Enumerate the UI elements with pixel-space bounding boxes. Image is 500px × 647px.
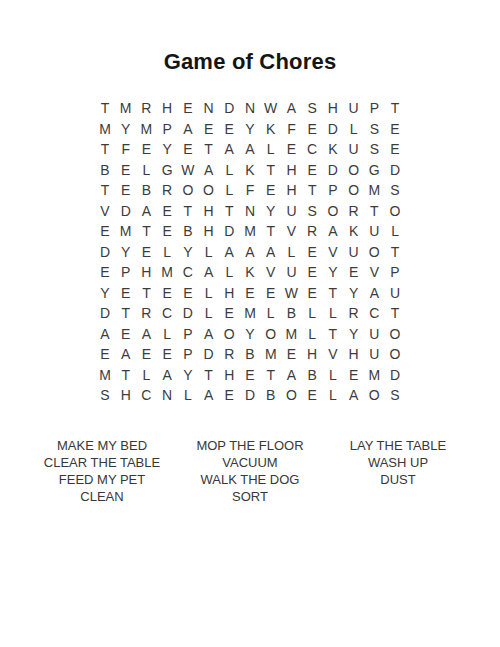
grid-cell[interactable]: L <box>219 180 240 201</box>
grid-cell[interactable]: N <box>198 98 219 119</box>
grid-cell[interactable]: Y <box>240 324 261 345</box>
word-item: FEED MY PET <box>28 471 176 488</box>
grid-cell[interactable]: S <box>302 201 323 222</box>
grid-cell[interactable]: B <box>302 365 323 386</box>
grid-cell[interactable]: L <box>136 160 157 181</box>
grid-cell[interactable]: A <box>260 242 281 263</box>
grid-cell[interactable]: R <box>343 303 364 324</box>
grid-cell[interactable]: D <box>240 385 261 406</box>
page-title: Game of Chores <box>0 0 500 75</box>
grid-cell[interactable]: B <box>177 221 198 242</box>
grid-cell[interactable]: A <box>157 365 178 386</box>
grid-cell[interactable]: T <box>95 98 116 119</box>
grid-cell[interactable]: Y <box>95 283 116 304</box>
grid-cell[interactable]: U <box>364 221 385 242</box>
grid-cell[interactable]: S <box>385 385 406 406</box>
grid-cell[interactable]: E <box>115 324 136 345</box>
grid-cell[interactable]: A <box>364 283 385 304</box>
grid-cell[interactable]: W <box>177 160 198 181</box>
grid-cell[interactable]: B <box>95 160 116 181</box>
grid-cell[interactable]: H <box>198 201 219 222</box>
word-list-column: LAY THE TABLEWASH UPDUST <box>324 437 472 506</box>
grid-cell[interactable]: A <box>136 324 157 345</box>
grid-cell[interactable]: M <box>240 303 261 324</box>
grid-cell[interactable]: E <box>385 139 406 160</box>
word-list-column: MOP THE FLOORVACUUMWALK THE DOGSORT <box>176 437 324 506</box>
grid-cell[interactable]: H <box>198 221 219 242</box>
grid-cell[interactable]: E <box>115 160 136 181</box>
grid-cell[interactable]: E <box>157 201 178 222</box>
grid-cell[interactable]: W <box>260 98 281 119</box>
grid-cell[interactable]: T <box>198 139 219 160</box>
word-list-column: MAKE MY BEDCLEAR THE TABLEFEED MY PETCLE… <box>28 437 176 506</box>
grid-cell[interactable]: A <box>198 385 219 406</box>
grid-cell[interactable]: H <box>343 344 364 365</box>
grid-cell[interactable]: E <box>95 344 116 365</box>
grid-cell[interactable]: W <box>281 283 302 304</box>
grid-cell[interactable]: T <box>385 242 406 263</box>
grid-cell[interactable]: H <box>115 385 136 406</box>
grid-cell[interactable]: B <box>260 385 281 406</box>
grid-cell[interactable]: H <box>281 180 302 201</box>
grid-cell[interactable]: A <box>281 98 302 119</box>
grid-cell[interactable]: H <box>302 344 323 365</box>
grid-cell[interactable]: P <box>177 344 198 365</box>
grid-cell[interactable]: L <box>385 221 406 242</box>
grid-cell[interactable]: E <box>343 365 364 386</box>
grid-cell[interactable]: Y <box>343 283 364 304</box>
grid-cell[interactable]: O <box>385 344 406 365</box>
grid-cell[interactable]: L <box>260 303 281 324</box>
grid-cell[interactable]: K <box>343 221 364 242</box>
grid-cell[interactable]: Y <box>157 139 178 160</box>
grid-cell[interactable]: E <box>281 139 302 160</box>
grid-cell[interactable]: R <box>343 201 364 222</box>
grid-cell[interactable]: O <box>177 180 198 201</box>
grid-cell[interactable]: C <box>302 139 323 160</box>
grid-cell[interactable]: L <box>198 283 219 304</box>
grid-cell[interactable]: A <box>281 365 302 386</box>
grid-cell[interactable]: N <box>240 98 261 119</box>
grid-cell[interactable]: M <box>136 119 157 140</box>
grid-cell[interactable]: L <box>302 303 323 324</box>
grid-cell[interactable]: O <box>281 385 302 406</box>
grid-cell[interactable]: S <box>302 98 323 119</box>
grid-cell[interactable]: F <box>240 180 261 201</box>
grid-cell[interactable]: M <box>240 221 261 242</box>
grid-cell[interactable]: A <box>136 201 157 222</box>
word-item: LAY THE TABLE <box>324 437 472 454</box>
grid-cell[interactable]: A <box>95 324 116 345</box>
grid-cell[interactable]: D <box>323 119 344 140</box>
grid-cell[interactable]: R <box>136 303 157 324</box>
grid-cell[interactable]: R <box>302 221 323 242</box>
grid-cell[interactable]: A <box>240 139 261 160</box>
grid-cell[interactable]: B <box>240 344 261 365</box>
grid-cell[interactable]: K <box>240 160 261 181</box>
grid-cell[interactable]: D <box>115 201 136 222</box>
grid-cell[interactable]: T <box>302 180 323 201</box>
grid-cell[interactable]: U <box>281 201 302 222</box>
grid-cell[interactable]: A <box>343 385 364 406</box>
grid-cell[interactable]: P <box>364 98 385 119</box>
grid-cell[interactable]: U <box>343 139 364 160</box>
grid-cell[interactable]: E <box>95 221 116 242</box>
word-item: WASH UP <box>324 454 472 471</box>
grid-cell[interactable]: E <box>219 303 240 324</box>
grid-cell[interactable]: T <box>95 180 116 201</box>
grid-cell[interactable]: E <box>157 344 178 365</box>
word-item: VACUUM <box>176 454 324 471</box>
grid-cell[interactable]: A <box>198 324 219 345</box>
grid-cell[interactable]: H <box>219 365 240 386</box>
grid-cell[interactable]: Y <box>260 201 281 222</box>
grid-cell[interactable]: E <box>240 365 261 386</box>
grid-cell[interactable]: T <box>177 201 198 222</box>
grid-cell[interactable]: S <box>364 119 385 140</box>
word-item: SORT <box>176 488 324 505</box>
grid-cell[interactable]: T <box>115 365 136 386</box>
grid-cell[interactable]: L <box>157 324 178 345</box>
grid-cell[interactable]: L <box>177 385 198 406</box>
grid-cell[interactable]: G <box>157 160 178 181</box>
grid-cell[interactable]: E <box>177 139 198 160</box>
grid-cell[interactable]: E <box>260 180 281 201</box>
grid-cell[interactable]: Y <box>115 119 136 140</box>
grid-cell[interactable]: T <box>260 160 281 181</box>
grid-cell[interactable]: V <box>323 242 344 263</box>
grid-cell[interactable]: Y <box>323 262 344 283</box>
word-list: MAKE MY BEDCLEAR THE TABLEFEED MY PETCLE… <box>0 437 500 506</box>
grid-cell[interactable]: L <box>198 303 219 324</box>
grid-cell[interactable]: E <box>302 385 323 406</box>
grid-cell[interactable]: E <box>302 283 323 304</box>
grid-cell[interactable]: L <box>343 119 364 140</box>
grid-cell[interactable]: K <box>323 139 344 160</box>
grid-cell[interactable]: O <box>260 324 281 345</box>
grid-cell[interactable]: N <box>157 385 178 406</box>
grid-cell[interactable]: A <box>198 160 219 181</box>
grid-cell[interactable]: Y <box>177 365 198 386</box>
grid-cell[interactable]: C <box>364 303 385 324</box>
grid-cell[interactable]: M <box>95 119 116 140</box>
grid-cell[interactable]: U <box>364 344 385 365</box>
grid-cell[interactable]: L <box>157 242 178 263</box>
grid-cell[interactable]: Y <box>177 242 198 263</box>
grid-cell[interactable]: R <box>219 344 240 365</box>
grid-cell[interactable]: T <box>385 98 406 119</box>
grid-cell[interactable]: T <box>260 221 281 242</box>
grid-cell[interactable]: L <box>323 365 344 386</box>
grid-cell[interactable]: A <box>219 139 240 160</box>
grid-cell[interactable]: E <box>115 180 136 201</box>
word-item: DUST <box>324 471 472 488</box>
grid-cell[interactable]: G <box>364 160 385 181</box>
grid-cell[interactable]: U <box>364 324 385 345</box>
grid-cell[interactable]: A <box>323 221 344 242</box>
grid-cell[interactable]: E <box>177 98 198 119</box>
grid-cell[interactable]: Y <box>115 242 136 263</box>
grid-cell[interactable]: O <box>385 201 406 222</box>
grid-cell[interactable]: E <box>198 119 219 140</box>
grid-cell[interactable]: M <box>157 262 178 283</box>
grid-cell[interactable]: L <box>302 324 323 345</box>
grid-cell[interactable]: H <box>136 262 157 283</box>
grid-cell[interactable]: E <box>136 344 157 365</box>
grid-cell[interactable]: E <box>343 262 364 283</box>
grid-cell[interactable]: D <box>95 303 116 324</box>
grid-cell[interactable]: D <box>219 98 240 119</box>
grid-cell[interactable]: D <box>95 242 116 263</box>
grid-cell[interactable]: D <box>198 344 219 365</box>
grid-cell[interactable]: E <box>115 283 136 304</box>
grid-cell[interactable]: V <box>95 201 116 222</box>
grid-cell[interactable]: E <box>302 242 323 263</box>
word-item: CLEAN <box>28 488 176 505</box>
grid-cell[interactable]: T <box>198 365 219 386</box>
grid-cell[interactable]: Y <box>343 324 364 345</box>
word-item: WALK THE DOG <box>176 471 324 488</box>
grid-cell[interactable]: B <box>136 180 157 201</box>
grid-cell[interactable]: S <box>385 180 406 201</box>
grid-cell[interactable]: L <box>260 139 281 160</box>
grid-cell[interactable]: E <box>302 119 323 140</box>
grid-cell[interactable]: D <box>219 221 240 242</box>
grid-cell[interactable]: O <box>364 242 385 263</box>
grid-cell[interactable]: E <box>240 283 261 304</box>
grid-cell[interactable]: A <box>198 262 219 283</box>
grid-cell[interactable]: E <box>157 283 178 304</box>
grid-cell[interactable]: T <box>364 201 385 222</box>
grid-cell[interactable]: E <box>219 385 240 406</box>
grid-cell[interactable]: E <box>136 242 157 263</box>
grid-cell[interactable]: O <box>219 324 240 345</box>
grid-cell[interactable]: F <box>281 119 302 140</box>
grid-cell[interactable]: B <box>281 303 302 324</box>
grid-cell[interactable]: U <box>281 262 302 283</box>
grid-cell[interactable]: V <box>281 221 302 242</box>
grid-cell[interactable]: O <box>323 201 344 222</box>
grid-cell[interactable]: M <box>260 344 281 365</box>
grid-cell[interactable]: H <box>219 283 240 304</box>
grid-cell[interactable]: E <box>302 160 323 181</box>
grid-cell[interactable]: L <box>219 160 240 181</box>
grid-cell[interactable]: E <box>136 139 157 160</box>
grid-cell[interactable]: T <box>260 365 281 386</box>
grid-cell[interactable]: P <box>323 180 344 201</box>
word-search-grid: TMRHENDNWASHUPTMYMPAEEYKFEDLSETFEYETAALE… <box>0 98 500 406</box>
grid-cell[interactable]: M <box>95 365 116 386</box>
grid-cell[interactable]: D <box>323 160 344 181</box>
grid-cell[interactable]: E <box>260 283 281 304</box>
grid-cell[interactable]: H <box>281 160 302 181</box>
grid-cell[interactable]: O <box>198 180 219 201</box>
word-item: MOP THE FLOOR <box>176 437 324 454</box>
grid-cell[interactable]: C <box>177 262 198 283</box>
grid-cell[interactable]: L <box>198 242 219 263</box>
grid-cell[interactable]: T <box>385 303 406 324</box>
word-item: MAKE MY BED <box>28 437 176 454</box>
grid-cell[interactable]: H <box>323 98 344 119</box>
grid-cell[interactable]: U <box>343 242 364 263</box>
grid-cell[interactable]: R <box>157 180 178 201</box>
grid-cell[interactable]: L <box>323 385 344 406</box>
grid-cell[interactable]: L <box>136 365 157 386</box>
grid-cell[interactable]: O <box>364 385 385 406</box>
grid-cell[interactable]: P <box>385 262 406 283</box>
word-item: CLEAR THE TABLE <box>28 454 176 471</box>
grid-cell[interactable]: K <box>240 262 261 283</box>
grid-cell[interactable]: S <box>364 139 385 160</box>
grid-cell[interactable]: M <box>281 324 302 345</box>
grid-cell[interactable]: D <box>177 303 198 324</box>
grid-cell[interactable]: P <box>177 324 198 345</box>
grid-cell[interactable]: A <box>177 119 198 140</box>
grid-cell[interactable]: L <box>281 242 302 263</box>
grid-cell[interactable]: H <box>157 98 178 119</box>
grid-cell[interactable]: T <box>136 283 157 304</box>
grid-cell[interactable]: A <box>219 242 240 263</box>
grid-cell[interactable]: V <box>364 262 385 283</box>
grid-cell[interactable]: D <box>385 365 406 386</box>
grid-cell[interactable]: R <box>136 98 157 119</box>
grid-cell[interactable]: P <box>157 119 178 140</box>
grid-cell[interactable]: M <box>364 365 385 386</box>
grid-cell[interactable]: T <box>323 283 344 304</box>
grid-cell[interactable]: P <box>115 262 136 283</box>
grid-cell[interactable]: C <box>157 303 178 324</box>
grid-cell[interactable]: T <box>115 303 136 324</box>
grid-cell[interactable]: L <box>323 303 344 324</box>
grid-cell[interactable]: K <box>260 119 281 140</box>
grid-cell[interactable]: O <box>343 160 364 181</box>
grid-cell[interactable]: O <box>385 324 406 345</box>
grid-cell[interactable]: T <box>219 201 240 222</box>
grid-cell[interactable]: L <box>219 262 240 283</box>
grid-cell[interactable]: M <box>115 221 136 242</box>
grid-cell[interactable]: T <box>323 324 344 345</box>
grid-cell[interactable]: V <box>260 262 281 283</box>
grid-cell[interactable]: T <box>95 139 116 160</box>
grid-cell[interactable]: A <box>115 344 136 365</box>
grid-cell[interactable]: E <box>385 119 406 140</box>
grid-cell[interactable]: E <box>281 344 302 365</box>
grid-cell[interactable]: M <box>115 98 136 119</box>
grid-cell[interactable]: E <box>177 283 198 304</box>
grid-cell[interactable]: V <box>323 344 344 365</box>
grid-cell[interactable]: E <box>95 262 116 283</box>
grid-cell[interactable]: D <box>385 160 406 181</box>
grid-cell[interactable]: E <box>157 221 178 242</box>
grid-cell[interactable]: U <box>385 283 406 304</box>
grid-cell[interactable]: E <box>302 262 323 283</box>
grid-cell[interactable]: Y <box>240 119 261 140</box>
grid-cell[interactable]: M <box>364 180 385 201</box>
grid-cell[interactable]: F <box>115 139 136 160</box>
grid-cell[interactable]: E <box>219 119 240 140</box>
grid-cell[interactable]: C <box>136 385 157 406</box>
grid-cell[interactable]: T <box>136 221 157 242</box>
grid-cell[interactable]: U <box>343 98 364 119</box>
grid-cell[interactable]: O <box>343 180 364 201</box>
grid-cell[interactable]: A <box>240 242 261 263</box>
grid-cell[interactable]: N <box>240 201 261 222</box>
grid-cell[interactable]: S <box>95 385 116 406</box>
